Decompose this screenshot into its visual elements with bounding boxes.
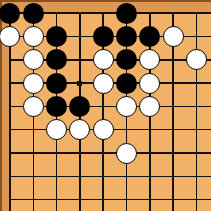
board-intersection[interactable] — [68, 2, 91, 25]
board-intersection[interactable] — [45, 48, 68, 71]
board-intersection[interactable] — [22, 48, 45, 71]
white-stone — [23, 73, 44, 94]
board-intersection[interactable] — [22, 188, 45, 211]
white-stone — [46, 119, 67, 140]
white-stone — [23, 26, 44, 47]
board-intersection[interactable] — [22, 118, 45, 141]
black-stone — [116, 49, 137, 70]
board-intersection[interactable] — [45, 2, 68, 25]
board-intersection[interactable] — [161, 141, 184, 164]
board-intersection[interactable] — [45, 188, 68, 211]
board-intersection[interactable] — [0, 71, 22, 94]
white-stone — [186, 49, 207, 70]
board-intersection[interactable] — [0, 95, 22, 118]
board-intersection[interactable] — [115, 2, 138, 25]
white-stone — [116, 143, 137, 164]
board-intersection[interactable] — [185, 95, 208, 118]
board-intersection[interactable] — [68, 48, 91, 71]
board-intersection[interactable] — [115, 118, 138, 141]
board-intersection[interactable] — [161, 95, 184, 118]
white-stone — [23, 49, 44, 70]
board-intersection[interactable] — [92, 48, 115, 71]
board-intersection[interactable] — [45, 165, 68, 188]
board-intersection[interactable] — [68, 25, 91, 48]
board-intersection[interactable] — [22, 165, 45, 188]
board-intersection[interactable] — [22, 2, 45, 25]
board-intersection[interactable] — [138, 25, 161, 48]
white-stone — [93, 119, 114, 140]
board-intersection[interactable] — [115, 165, 138, 188]
board-intersection[interactable] — [22, 25, 45, 48]
board-intersection[interactable] — [0, 118, 22, 141]
board-intersection[interactable] — [138, 48, 161, 71]
board-intersection[interactable] — [185, 188, 208, 211]
board-intersection[interactable] — [138, 71, 161, 94]
board-intersection[interactable] — [0, 25, 22, 48]
black-stone — [93, 26, 114, 47]
white-stone — [0, 26, 20, 47]
board-intersection[interactable] — [68, 141, 91, 164]
board-intersection[interactable] — [92, 188, 115, 211]
board-intersection[interactable] — [161, 188, 184, 211]
board-intersection[interactable] — [115, 141, 138, 164]
board-intersection[interactable] — [115, 95, 138, 118]
board-intersection[interactable] — [92, 118, 115, 141]
board-intersection[interactable] — [68, 71, 91, 94]
white-stone — [93, 49, 114, 70]
board-intersection[interactable] — [115, 25, 138, 48]
board-intersection[interactable] — [138, 95, 161, 118]
board-intersection[interactable] — [0, 141, 22, 164]
board-intersection[interactable] — [185, 165, 208, 188]
board-intersection[interactable] — [0, 2, 22, 25]
board-intersection[interactable] — [138, 118, 161, 141]
white-stone — [139, 49, 160, 70]
white-stone — [116, 96, 137, 117]
white-stone — [139, 96, 160, 117]
board-intersection[interactable] — [115, 71, 138, 94]
board-intersection[interactable] — [0, 48, 22, 71]
white-stone — [93, 73, 114, 94]
board-intersection[interactable] — [0, 188, 22, 211]
white-stone — [23, 96, 44, 117]
board-intersection[interactable] — [138, 165, 161, 188]
black-stone — [46, 96, 67, 117]
board-intersection[interactable] — [45, 95, 68, 118]
board-intersection[interactable] — [92, 2, 115, 25]
board-intersection[interactable] — [161, 118, 184, 141]
board-intersection[interactable] — [185, 141, 208, 164]
board-intersection[interactable] — [45, 141, 68, 164]
board-intersection[interactable] — [92, 95, 115, 118]
board-intersection[interactable] — [68, 165, 91, 188]
board-intersection[interactable] — [92, 25, 115, 48]
black-stone — [23, 3, 44, 24]
white-stone — [139, 73, 160, 94]
go-board[interactable] — [0, 0, 211, 211]
board-intersection[interactable] — [185, 2, 208, 25]
board-intersection[interactable] — [161, 71, 184, 94]
board-intersection[interactable] — [185, 118, 208, 141]
board-intersection[interactable] — [0, 165, 22, 188]
board-intersection[interactable] — [45, 25, 68, 48]
board-intersection[interactable] — [138, 188, 161, 211]
board-intersection[interactable] — [161, 165, 184, 188]
board-intersection[interactable] — [22, 95, 45, 118]
board-intersection[interactable] — [92, 141, 115, 164]
board-intersection[interactable] — [92, 165, 115, 188]
black-stone — [46, 49, 67, 70]
black-stone — [46, 26, 67, 47]
board-intersection[interactable] — [185, 48, 208, 71]
board-intersection[interactable] — [115, 48, 138, 71]
board-intersection[interactable] — [185, 25, 208, 48]
black-stone — [46, 73, 67, 94]
board-intersection[interactable] — [185, 71, 208, 94]
board-intersection[interactable] — [68, 188, 91, 211]
board-intersection[interactable] — [68, 95, 91, 118]
board-intersection[interactable] — [138, 141, 161, 164]
board-intersection[interactable] — [161, 25, 184, 48]
star-point — [77, 81, 82, 86]
black-stone — [116, 73, 137, 94]
board-intersection[interactable] — [115, 188, 138, 211]
white-stone — [163, 26, 184, 47]
black-stone — [116, 26, 137, 47]
board-intersection[interactable] — [92, 71, 115, 94]
board-cells-layer — [0, 2, 208, 211]
board-intersection[interactable] — [68, 118, 91, 141]
board-intersection[interactable] — [161, 2, 184, 25]
black-stone — [116, 3, 137, 24]
white-stone — [69, 119, 90, 140]
go-board-diagram — [0, 0, 211, 211]
black-stone — [69, 96, 90, 117]
black-stone — [0, 3, 20, 24]
board-intersection[interactable] — [161, 48, 184, 71]
board-intersection[interactable] — [45, 71, 68, 94]
black-stone — [139, 26, 160, 47]
board-intersection[interactable] — [22, 141, 45, 164]
board-intersection[interactable] — [45, 118, 68, 141]
board-intersection[interactable] — [138, 2, 161, 25]
board-intersection[interactable] — [22, 71, 45, 94]
